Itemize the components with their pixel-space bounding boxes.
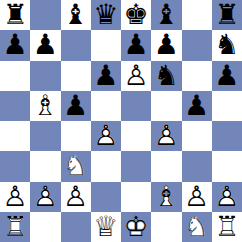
piece-white-knight[interactable]: ♞♘ xyxy=(61,151,91,181)
piece-white-bishop[interactable]: ♝♗ xyxy=(151,182,181,212)
square-d1[interactable]: ♛♕ xyxy=(91,212,121,242)
square-c4[interactable] xyxy=(61,121,91,151)
square-b3[interactable] xyxy=(30,151,60,181)
piece-outline-layer: ♖ xyxy=(0,212,30,242)
square-g5[interactable]: ♟ xyxy=(182,91,212,121)
piece-outline-layer: ♗ xyxy=(30,91,60,121)
piece-black-knight[interactable]: ♞ xyxy=(212,30,242,60)
square-e8[interactable]: ♚ xyxy=(121,0,151,30)
square-a5[interactable] xyxy=(0,91,30,121)
square-a4[interactable] xyxy=(0,121,30,151)
square-h1[interactable]: ♜♖ xyxy=(212,212,242,242)
piece-black-bishop[interactable]: ♝ xyxy=(61,0,91,30)
square-g4[interactable] xyxy=(182,121,212,151)
piece-outline-layer: ♖ xyxy=(212,212,242,242)
square-h4[interactable] xyxy=(212,121,242,151)
piece-outline-layer: ♘ xyxy=(61,151,91,181)
square-d6[interactable]: ♟ xyxy=(91,61,121,91)
square-b8[interactable] xyxy=(30,0,60,30)
square-h5[interactable] xyxy=(212,91,242,121)
piece-black-pawn[interactable]: ♟ xyxy=(61,91,91,121)
square-f6[interactable]: ♞ xyxy=(151,61,181,91)
square-f1[interactable] xyxy=(151,212,181,242)
chess-board: ♜♝♛♚♝♜♟♟♟♟♞♟♟♙♞♟♝♗♟♟♟♙♟♙♞♘♟♙♟♙♟♙♝♗♟♙♟♙♜♖… xyxy=(0,0,242,242)
square-a8[interactable]: ♜ xyxy=(0,0,30,30)
square-c6[interactable] xyxy=(61,61,91,91)
square-b2[interactable]: ♟♙ xyxy=(30,182,60,212)
piece-black-pawn[interactable]: ♟ xyxy=(0,30,30,60)
square-a1[interactable]: ♜♖ xyxy=(0,212,30,242)
piece-white-pawn[interactable]: ♟♙ xyxy=(0,182,30,212)
piece-black-queen[interactable]: ♛ xyxy=(91,0,121,30)
piece-white-pawn[interactable]: ♟♙ xyxy=(91,121,121,151)
square-d2[interactable] xyxy=(91,182,121,212)
piece-black-bishop[interactable]: ♝ xyxy=(151,0,181,30)
square-c7[interactable] xyxy=(61,30,91,60)
piece-white-pawn[interactable]: ♟♙ xyxy=(151,121,181,151)
square-g8[interactable] xyxy=(182,0,212,30)
piece-white-rook[interactable]: ♜♖ xyxy=(0,212,30,242)
square-g6[interactable] xyxy=(182,61,212,91)
piece-white-pawn[interactable]: ♟♙ xyxy=(61,182,91,212)
piece-white-pawn[interactable]: ♟♙ xyxy=(30,182,60,212)
piece-black-knight[interactable]: ♞ xyxy=(151,61,181,91)
square-g2[interactable]: ♟♙ xyxy=(182,182,212,212)
square-a2[interactable]: ♟♙ xyxy=(0,182,30,212)
square-f3[interactable] xyxy=(151,151,181,181)
piece-outline-layer: ♘ xyxy=(182,212,212,242)
piece-black-pawn[interactable]: ♟ xyxy=(212,61,242,91)
piece-white-pawn[interactable]: ♟♙ xyxy=(182,182,212,212)
square-g7[interactable] xyxy=(182,30,212,60)
square-c2[interactable]: ♟♙ xyxy=(61,182,91,212)
piece-black-king[interactable]: ♚ xyxy=(121,0,151,30)
square-f7[interactable]: ♟ xyxy=(151,30,181,60)
square-b6[interactable] xyxy=(30,61,60,91)
square-d5[interactable] xyxy=(91,91,121,121)
square-h2[interactable]: ♟♙ xyxy=(212,182,242,212)
piece-outline-layer: ♗ xyxy=(151,182,181,212)
piece-white-knight[interactable]: ♞♘ xyxy=(182,212,212,242)
piece-white-queen[interactable]: ♛♕ xyxy=(91,212,121,242)
piece-black-pawn[interactable]: ♟ xyxy=(30,30,60,60)
square-d4[interactable]: ♟♙ xyxy=(91,121,121,151)
square-e4[interactable] xyxy=(121,121,151,151)
piece-black-pawn[interactable]: ♟ xyxy=(151,30,181,60)
square-a7[interactable]: ♟ xyxy=(0,30,30,60)
piece-white-rook[interactable]: ♜♖ xyxy=(212,212,242,242)
square-b1[interactable] xyxy=(30,212,60,242)
square-h6[interactable]: ♟ xyxy=(212,61,242,91)
square-g3[interactable] xyxy=(182,151,212,181)
piece-black-rook[interactable]: ♜ xyxy=(0,0,30,30)
piece-white-pawn[interactable]: ♟♙ xyxy=(121,61,151,91)
square-e1[interactable]: ♚♔ xyxy=(121,212,151,242)
piece-white-king[interactable]: ♚♔ xyxy=(121,212,151,242)
piece-outline-layer: ♙ xyxy=(121,61,151,91)
square-h8[interactable]: ♜ xyxy=(212,0,242,30)
square-f5[interactable] xyxy=(151,91,181,121)
square-e2[interactable] xyxy=(121,182,151,212)
piece-outline-layer: ♙ xyxy=(0,182,30,212)
piece-white-bishop[interactable]: ♝♗ xyxy=(30,91,60,121)
square-b7[interactable]: ♟ xyxy=(30,30,60,60)
square-a6[interactable] xyxy=(0,61,30,91)
square-c8[interactable]: ♝ xyxy=(61,0,91,30)
square-e5[interactable] xyxy=(121,91,151,121)
square-e7[interactable]: ♟ xyxy=(121,30,151,60)
square-e3[interactable] xyxy=(121,151,151,181)
square-h3[interactable] xyxy=(212,151,242,181)
square-d8[interactable]: ♛ xyxy=(91,0,121,30)
piece-outline-layer: ♙ xyxy=(91,121,121,151)
square-f4[interactable]: ♟♙ xyxy=(151,121,181,151)
square-f2[interactable]: ♝♗ xyxy=(151,182,181,212)
square-c3[interactable]: ♞♘ xyxy=(61,151,91,181)
square-c5[interactable]: ♟ xyxy=(61,91,91,121)
piece-outline-layer: ♙ xyxy=(61,182,91,212)
square-a3[interactable] xyxy=(0,151,30,181)
piece-black-pawn[interactable]: ♟ xyxy=(121,30,151,60)
piece-black-rook[interactable]: ♜ xyxy=(212,0,242,30)
piece-black-pawn[interactable]: ♟ xyxy=(91,61,121,91)
piece-outline-layer: ♙ xyxy=(30,182,60,212)
square-g1[interactable]: ♞♘ xyxy=(182,212,212,242)
piece-black-pawn[interactable]: ♟ xyxy=(182,91,212,121)
square-f8[interactable]: ♝ xyxy=(151,0,181,30)
square-h7[interactable]: ♞ xyxy=(212,30,242,60)
square-c1[interactable] xyxy=(61,212,91,242)
piece-outline-layer: ♕ xyxy=(91,212,121,242)
square-b4[interactable] xyxy=(30,121,60,151)
square-b5[interactable]: ♝♗ xyxy=(30,91,60,121)
piece-outline-layer: ♙ xyxy=(151,121,181,151)
piece-outline-layer: ♙ xyxy=(182,182,212,212)
square-e6[interactable]: ♟♙ xyxy=(121,61,151,91)
square-d3[interactable] xyxy=(91,151,121,181)
square-d7[interactable] xyxy=(91,30,121,60)
piece-outline-layer: ♔ xyxy=(121,212,151,242)
piece-outline-layer: ♙ xyxy=(212,182,242,212)
piece-white-pawn[interactable]: ♟♙ xyxy=(212,182,242,212)
